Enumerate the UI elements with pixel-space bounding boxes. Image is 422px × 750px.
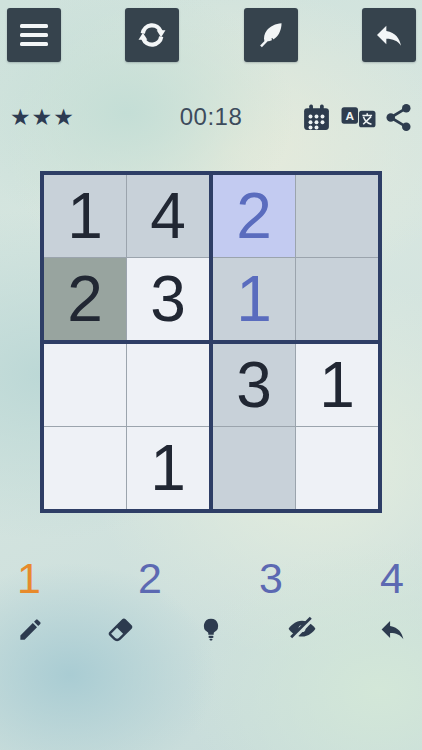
hide-helpers-button[interactable]: [282, 609, 322, 649]
top-toolbar: [7, 8, 416, 62]
undo-arrow-icon: [378, 615, 407, 644]
cell-r1c2[interactable]: 1: [213, 258, 295, 340]
status-icons: A: [301, 102, 412, 133]
hamburger-icon: [20, 24, 48, 47]
pad-number-4[interactable]: 4: [372, 556, 412, 600]
cell-r0c0[interactable]: 1: [44, 175, 126, 257]
cell-r2c1[interactable]: [127, 344, 209, 426]
erase-button[interactable]: [101, 609, 141, 649]
feather-icon: [255, 19, 287, 51]
pad-number-2[interactable]: 2: [130, 556, 170, 600]
board-box-2: 1: [44, 344, 209, 509]
board-box-3: 31: [213, 344, 378, 509]
difficulty-stars: ★★★: [10, 97, 75, 137]
cell-r2c2[interactable]: 3: [213, 344, 295, 426]
pencil-icon: [17, 616, 44, 643]
refresh-icon: [136, 19, 168, 51]
hint-button[interactable]: [191, 609, 231, 649]
cell-r0c1[interactable]: 4: [127, 175, 209, 257]
pad-number-3[interactable]: 3: [251, 556, 291, 600]
number-pad: 1234: [9, 556, 412, 600]
bottom-toolbar: [10, 609, 412, 649]
lightbulb-icon: [198, 616, 224, 642]
notes-button[interactable]: [10, 609, 50, 649]
cell-r3c1[interactable]: 1: [127, 427, 209, 509]
cell-r3c3[interactable]: [296, 427, 378, 509]
cell-r1c1[interactable]: 3: [127, 258, 209, 340]
cell-r2c0[interactable]: [44, 344, 126, 426]
pad-number-1[interactable]: 1: [9, 556, 49, 600]
cell-r0c2[interactable]: 2: [213, 175, 295, 257]
menu-button[interactable]: [7, 8, 61, 62]
cell-r1c3[interactable]: [296, 258, 378, 340]
translate-icon[interactable]: A: [341, 104, 376, 131]
timer: 00:18: [180, 103, 243, 131]
sudoku-board: 142321131: [40, 171, 382, 513]
status-bar: ★★★ 00:18 A: [10, 97, 412, 137]
sudoku-app-screen: ★★★ 00:18 A: [0, 0, 422, 750]
svg-text:A: A: [345, 109, 354, 123]
cell-r1c0[interactable]: 2: [44, 258, 126, 340]
board-box-0: 1423: [44, 175, 209, 340]
eraser-icon: [106, 615, 135, 644]
calendar-icon[interactable]: [301, 102, 332, 133]
eye-off-icon: [287, 614, 317, 644]
cell-r0c3[interactable]: [296, 175, 378, 257]
undo-button-top[interactable]: [362, 8, 416, 62]
pen-mode-button[interactable]: [244, 8, 298, 62]
cell-r3c0[interactable]: [44, 427, 126, 509]
undo-arrow-icon: [373, 19, 405, 51]
undo-button-bottom[interactable]: [372, 609, 412, 649]
cell-r3c2[interactable]: [213, 427, 295, 509]
board-box-1: 21: [213, 175, 378, 340]
cell-r2c3[interactable]: 1: [296, 344, 378, 426]
restart-button[interactable]: [125, 8, 179, 62]
share-icon[interactable]: [385, 103, 412, 132]
